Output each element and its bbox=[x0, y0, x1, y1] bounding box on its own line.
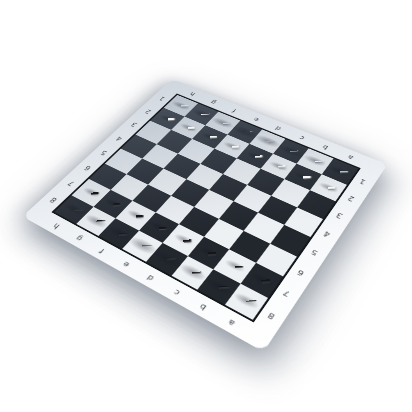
board-tilt-wrapper: hhggffeeddccbbaa1122334455667788 ♜♞♝♚♛♝♞… bbox=[0, 0, 412, 412]
chess-mat: hhggffeeddccbbaa1122334455667788 ♜♞♝♚♛♝♞… bbox=[22, 79, 387, 352]
rank-label-left-2: 2 bbox=[142, 107, 156, 115]
rank-label-left-5: 5 bbox=[97, 147, 112, 157]
photo-canvas: hhggffeeddccbbaa1122334455667788 ♜♞♝♚♛♝♞… bbox=[0, 0, 412, 412]
rank-label-left-4: 4 bbox=[113, 133, 127, 142]
scene: hhggffeeddccbbaa1122334455667788 ♜♞♝♚♛♝♞… bbox=[0, 0, 412, 412]
rank-label-left-6: 6 bbox=[81, 162, 96, 172]
rank-label-left-1: 1 bbox=[156, 94, 170, 102]
rank-label-left-3: 3 bbox=[128, 120, 142, 129]
black-rook-icon: ♜ bbox=[230, 274, 262, 309]
